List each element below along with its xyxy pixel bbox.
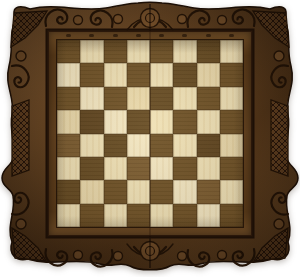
square-g7[interactable] xyxy=(197,63,220,86)
square-g5[interactable] xyxy=(197,110,220,133)
square-d2[interactable] xyxy=(127,180,150,203)
square-b1[interactable] xyxy=(80,204,103,227)
square-b8[interactable] xyxy=(80,40,103,63)
square-a4[interactable] xyxy=(57,134,80,157)
square-g3[interactable] xyxy=(197,157,220,180)
square-h3[interactable] xyxy=(220,157,243,180)
square-c1[interactable] xyxy=(104,204,127,227)
square-d8[interactable] xyxy=(127,40,150,63)
square-e7[interactable] xyxy=(150,63,173,86)
square-h4[interactable] xyxy=(220,134,243,157)
margin-notch xyxy=(159,34,164,37)
square-e5[interactable] xyxy=(150,110,173,133)
square-d7[interactable] xyxy=(127,63,150,86)
square-g2[interactable] xyxy=(197,180,220,203)
square-f1[interactable] xyxy=(173,204,196,227)
square-b6[interactable] xyxy=(80,87,103,110)
square-g4[interactable] xyxy=(197,134,220,157)
square-c2[interactable] xyxy=(104,180,127,203)
square-f3[interactable] xyxy=(173,157,196,180)
square-b5[interactable] xyxy=(80,110,103,133)
square-f5[interactable] xyxy=(173,110,196,133)
square-f8[interactable] xyxy=(173,40,196,63)
square-c5[interactable] xyxy=(104,110,127,133)
square-a1[interactable] xyxy=(57,204,80,227)
square-g1[interactable] xyxy=(197,204,220,227)
square-f2[interactable] xyxy=(173,180,196,203)
square-f7[interactable] xyxy=(173,63,196,86)
square-b3[interactable] xyxy=(80,157,103,180)
square-g6[interactable] xyxy=(197,87,220,110)
square-e6[interactable] xyxy=(150,87,173,110)
square-b2[interactable] xyxy=(80,180,103,203)
square-c4[interactable] xyxy=(104,134,127,157)
square-d5[interactable] xyxy=(127,110,150,133)
square-b7[interactable] xyxy=(80,63,103,86)
square-h6[interactable] xyxy=(220,87,243,110)
square-c8[interactable] xyxy=(104,40,127,63)
square-h5[interactable] xyxy=(220,110,243,133)
margin-notch xyxy=(113,34,118,37)
square-c6[interactable] xyxy=(104,87,127,110)
square-h7[interactable] xyxy=(220,63,243,86)
margin-notch xyxy=(229,34,234,37)
square-h1[interactable] xyxy=(220,204,243,227)
square-e2[interactable] xyxy=(150,180,173,203)
square-a6[interactable] xyxy=(57,87,80,110)
square-a8[interactable] xyxy=(57,40,80,63)
margin-notch xyxy=(89,34,94,37)
square-h2[interactable] xyxy=(220,180,243,203)
square-e1[interactable] xyxy=(150,204,173,227)
margin-notch xyxy=(182,34,187,37)
square-e8[interactable] xyxy=(150,40,173,63)
square-f6[interactable] xyxy=(173,87,196,110)
square-a2[interactable] xyxy=(57,180,80,203)
margin-notch xyxy=(206,34,211,37)
margin-notch xyxy=(66,34,71,37)
square-e3[interactable] xyxy=(150,157,173,180)
square-c7[interactable] xyxy=(104,63,127,86)
square-a3[interactable] xyxy=(57,157,80,180)
margin-notch xyxy=(136,34,141,37)
square-g8[interactable] xyxy=(197,40,220,63)
square-a5[interactable] xyxy=(57,110,80,133)
square-d3[interactable] xyxy=(127,157,150,180)
square-c3[interactable] xyxy=(104,157,127,180)
square-d6[interactable] xyxy=(127,87,150,110)
square-e4[interactable] xyxy=(150,134,173,157)
square-d4[interactable] xyxy=(127,134,150,157)
square-b4[interactable] xyxy=(80,134,103,157)
square-f4[interactable] xyxy=(173,134,196,157)
chess-board[interactable] xyxy=(57,40,243,227)
square-d1[interactable] xyxy=(127,204,150,227)
square-a7[interactable] xyxy=(57,63,80,86)
square-h8[interactable] xyxy=(220,40,243,63)
chessboard-photo xyxy=(0,0,300,277)
